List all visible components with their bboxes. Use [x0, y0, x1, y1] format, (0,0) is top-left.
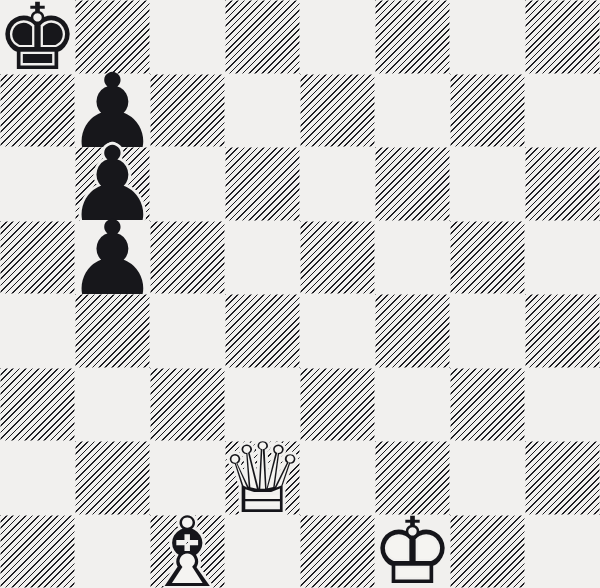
square-f7[interactable] [375, 74, 450, 148]
square-a4[interactable] [0, 294, 75, 368]
white-bishop-outline-glyph: ♗ [150, 516, 225, 588]
square-c4[interactable] [150, 294, 225, 368]
square-f6[interactable] [375, 147, 450, 221]
square-f3[interactable] [375, 368, 450, 442]
square-a5[interactable] [0, 221, 75, 295]
square-e7[interactable] [300, 74, 375, 148]
piece-white-bishop-c1: ♝♗ [150, 515, 225, 588]
square-e8[interactable] [300, 0, 375, 74]
square-e4[interactable] [300, 294, 375, 368]
square-f8[interactable] [375, 0, 450, 74]
square-d5[interactable] [225, 221, 300, 295]
square-h3[interactable] [525, 368, 600, 442]
square-e5[interactable] [300, 221, 375, 295]
square-b5[interactable]: ♟ [75, 221, 150, 295]
black-king-glyph: ♚ [0, 1, 75, 75]
square-c8[interactable] [150, 0, 225, 74]
square-a1[interactable] [0, 515, 75, 588]
square-h4[interactable] [525, 294, 600, 368]
black-pawn-glyph: ♟ [75, 222, 150, 296]
square-c1[interactable]: ♝♗ [150, 515, 225, 588]
chess-board: ♚♟♟♟♛♕♝♗♚♔ [0, 0, 600, 588]
square-d2[interactable]: ♛♕ [225, 441, 300, 515]
square-h5[interactable] [525, 221, 600, 295]
square-a8[interactable]: ♚ [0, 0, 75, 74]
square-e6[interactable] [300, 147, 375, 221]
piece-white-king-f1: ♚♔ [375, 515, 450, 588]
square-c3[interactable] [150, 368, 225, 442]
square-g2[interactable] [450, 441, 525, 515]
square-a3[interactable] [0, 368, 75, 442]
square-h2[interactable] [525, 441, 600, 515]
square-c5[interactable] [150, 221, 225, 295]
square-b2[interactable] [75, 441, 150, 515]
square-h1[interactable] [525, 515, 600, 588]
square-g4[interactable] [450, 294, 525, 368]
white-king-outline-glyph: ♔ [375, 516, 450, 588]
square-a2[interactable] [0, 441, 75, 515]
piece-black-king-a8: ♚ [0, 0, 75, 74]
square-g7[interactable] [450, 74, 525, 148]
square-g3[interactable] [450, 368, 525, 442]
square-d6[interactable] [225, 147, 300, 221]
square-g1[interactable] [450, 515, 525, 588]
square-h7[interactable] [525, 74, 600, 148]
square-c6[interactable] [150, 147, 225, 221]
square-h6[interactable] [525, 147, 600, 221]
square-e1[interactable] [300, 515, 375, 588]
square-a6[interactable] [0, 147, 75, 221]
square-g5[interactable] [450, 221, 525, 295]
square-f5[interactable] [375, 221, 450, 295]
square-e2[interactable] [300, 441, 375, 515]
square-e3[interactable] [300, 368, 375, 442]
piece-black-pawn-b5: ♟ [75, 221, 150, 295]
square-g6[interactable] [450, 147, 525, 221]
square-f4[interactable] [375, 294, 450, 368]
square-c7[interactable] [150, 74, 225, 148]
square-b3[interactable] [75, 368, 150, 442]
square-d7[interactable] [225, 74, 300, 148]
square-h8[interactable] [525, 0, 600, 74]
chess-diagram: ♚♟♟♟♛♕♝♗♚♔ [0, 0, 600, 588]
square-b1[interactable] [75, 515, 150, 588]
square-f1[interactable]: ♚♔ [375, 515, 450, 588]
square-d4[interactable] [225, 294, 300, 368]
white-queen-outline-glyph: ♕ [225, 442, 300, 516]
piece-white-queen-d2: ♛♕ [225, 441, 300, 515]
square-g8[interactable] [450, 0, 525, 74]
square-d8[interactable] [225, 0, 300, 74]
